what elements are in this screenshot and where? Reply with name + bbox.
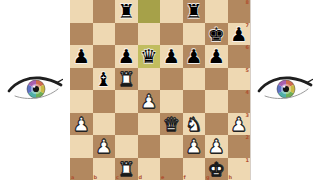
square-a6[interactable]: ♟ xyxy=(70,45,93,68)
chess-board[interactable]: ♜♜8♚7♟♟♟♛♟♟♟6♝♜5♟4♟♛♞3♟♟♟♟2abc♜defg♚1h xyxy=(70,0,250,180)
square-g1[interactable]: g♚ xyxy=(205,158,228,181)
piece-black-P-a6[interactable]: ♟ xyxy=(70,45,93,68)
square-d2[interactable] xyxy=(138,135,161,158)
square-g6[interactable]: ♟ xyxy=(205,45,228,68)
square-a7[interactable] xyxy=(70,23,93,46)
rank-label-5: 5 xyxy=(246,68,249,73)
square-e6[interactable]: ♟ xyxy=(160,45,183,68)
square-c5[interactable]: ♜ xyxy=(115,68,138,91)
square-h6[interactable]: 6 xyxy=(228,45,251,68)
square-d7[interactable] xyxy=(138,23,161,46)
square-f3[interactable]: ♞ xyxy=(183,113,206,136)
file-label-c: c xyxy=(116,175,119,180)
piece-black-R-c8[interactable]: ♜ xyxy=(115,0,138,23)
square-f5[interactable] xyxy=(183,68,206,91)
square-h4[interactable]: 4 xyxy=(228,90,251,113)
piece-black-P-e6[interactable]: ♟ xyxy=(160,45,183,68)
piece-black-P-g6[interactable]: ♟ xyxy=(205,45,228,68)
file-label-g: g xyxy=(206,175,210,180)
square-c8[interactable]: ♜ xyxy=(115,0,138,23)
square-f4[interactable] xyxy=(183,90,206,113)
square-f6[interactable]: ♟ xyxy=(183,45,206,68)
square-f2[interactable]: ♟ xyxy=(183,135,206,158)
square-e5[interactable] xyxy=(160,68,183,91)
rank-label-1: 1 xyxy=(246,158,249,163)
piece-black-Q-d6[interactable]: ♛ xyxy=(138,45,161,68)
square-a3[interactable]: ♟ xyxy=(70,113,93,136)
square-b7[interactable] xyxy=(93,23,116,46)
eye-glint xyxy=(33,85,35,87)
piece-black-R-f8[interactable]: ♜ xyxy=(183,0,206,23)
left-eye-image xyxy=(7,73,63,105)
square-h2[interactable]: 2 xyxy=(228,135,251,158)
square-c3[interactable] xyxy=(115,113,138,136)
square-c4[interactable] xyxy=(115,90,138,113)
rank-label-8: 8 xyxy=(246,0,249,5)
rank-label-2: 2 xyxy=(246,135,249,140)
piece-black-K-g7[interactable]: ♚ xyxy=(205,23,228,46)
right-eye-image xyxy=(257,73,313,105)
square-c2[interactable] xyxy=(115,135,138,158)
square-b8[interactable] xyxy=(93,0,116,23)
scene: ♜♜8♚7♟♟♟♛♟♟♟6♝♜5♟4♟♛♞3♟♟♟♟2abc♜defg♚1h xyxy=(0,0,320,180)
rank-label-4: 4 xyxy=(246,90,249,95)
square-g8[interactable] xyxy=(205,0,228,23)
square-a8[interactable] xyxy=(70,0,93,23)
square-e4[interactable] xyxy=(160,90,183,113)
square-g2[interactable]: ♟ xyxy=(205,135,228,158)
square-e1[interactable]: e xyxy=(160,158,183,181)
square-d3[interactable] xyxy=(138,113,161,136)
square-g7[interactable]: ♚ xyxy=(205,23,228,46)
piece-white-N-f3[interactable]: ♞ xyxy=(183,113,206,136)
square-g5[interactable] xyxy=(205,68,228,91)
piece-black-B-b5[interactable]: ♝ xyxy=(93,68,116,91)
square-b6[interactable] xyxy=(93,45,116,68)
file-label-f: f xyxy=(184,175,186,180)
square-g3[interactable] xyxy=(205,113,228,136)
piece-white-P-g2[interactable]: ♟ xyxy=(205,135,228,158)
square-b5[interactable]: ♝ xyxy=(93,68,116,91)
square-b2[interactable]: ♟ xyxy=(93,135,116,158)
square-e3[interactable]: ♛ xyxy=(160,113,183,136)
file-label-h: h xyxy=(229,175,233,180)
piece-white-P-f2[interactable]: ♟ xyxy=(183,135,206,158)
file-label-a: a xyxy=(71,175,74,180)
rank-label-7: 7 xyxy=(246,23,249,28)
square-d5[interactable] xyxy=(138,68,161,91)
square-f8[interactable]: ♜ xyxy=(183,0,206,23)
rank-label-3: 3 xyxy=(246,113,249,118)
square-c6[interactable]: ♟ xyxy=(115,45,138,68)
square-a1[interactable]: a xyxy=(70,158,93,181)
square-b1[interactable]: b xyxy=(93,158,116,181)
eye-glint xyxy=(283,85,285,87)
square-e2[interactable] xyxy=(160,135,183,158)
file-label-e: e xyxy=(161,175,164,180)
piece-white-Q-e3[interactable]: ♛ xyxy=(160,113,183,136)
square-a2[interactable] xyxy=(70,135,93,158)
square-c1[interactable]: c♜ xyxy=(115,158,138,181)
piece-black-P-f6[interactable]: ♟ xyxy=(183,45,206,68)
square-h1[interactable]: 1h xyxy=(228,158,251,181)
square-c7[interactable] xyxy=(115,23,138,46)
square-f1[interactable]: f xyxy=(183,158,206,181)
file-label-b: b xyxy=(94,175,98,180)
square-b4[interactable] xyxy=(93,90,116,113)
piece-white-R-c5[interactable]: ♜ xyxy=(115,68,138,91)
piece-white-P-d4[interactable]: ♟ xyxy=(138,90,161,113)
square-d8[interactable] xyxy=(138,0,161,23)
square-f7[interactable] xyxy=(183,23,206,46)
piece-white-P-b2[interactable]: ♟ xyxy=(93,135,116,158)
square-e7[interactable] xyxy=(160,23,183,46)
square-b3[interactable] xyxy=(93,113,116,136)
piece-white-P-a3[interactable]: ♟ xyxy=(70,113,93,136)
square-h8[interactable]: 8 xyxy=(228,0,251,23)
square-e8[interactable] xyxy=(160,0,183,23)
square-d4[interactable]: ♟ xyxy=(138,90,161,113)
square-a5[interactable] xyxy=(70,68,93,91)
square-a4[interactable] xyxy=(70,90,93,113)
square-g4[interactable] xyxy=(205,90,228,113)
square-h7[interactable]: 7♟ xyxy=(228,23,251,46)
file-label-d: d xyxy=(139,175,143,180)
rank-label-6: 6 xyxy=(246,45,249,50)
square-h3[interactable]: 3♟ xyxy=(228,113,251,136)
piece-black-P-c6[interactable]: ♟ xyxy=(115,45,138,68)
square-h5[interactable]: 5 xyxy=(228,68,251,91)
square-d6[interactable]: ♛ xyxy=(138,45,161,68)
square-d1[interactable]: d xyxy=(138,158,161,181)
